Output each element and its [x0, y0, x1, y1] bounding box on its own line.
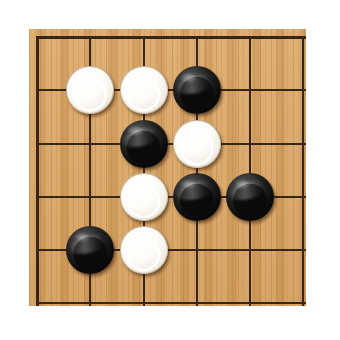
stone-white[interactable]: ○ — [66, 66, 114, 114]
stone-black[interactable]: ● — [66, 226, 114, 274]
stone-white[interactable]: ○ — [120, 226, 168, 274]
stone-black[interactable]: ● — [173, 173, 221, 221]
stone-glyph: ● — [173, 66, 221, 114]
stone-glyph: ● — [226, 173, 274, 221]
stone-white[interactable]: ○ — [173, 120, 221, 168]
stone-glyph: ● — [173, 173, 221, 221]
go-board[interactable]: ○○●●○○●●●○ — [29, 29, 306, 306]
stone-glyph: ○ — [121, 67, 167, 115]
stone-black[interactable]: ● — [226, 173, 274, 221]
stone-glyph: ○ — [121, 227, 167, 275]
stone-black[interactable]: ● — [173, 66, 221, 114]
stone-black[interactable]: ● — [120, 120, 168, 168]
stone-white[interactable]: ○ — [120, 173, 168, 221]
stone-glyph: ○ — [67, 67, 113, 115]
stones-layer: ○○●●○○●●●○ — [29, 29, 306, 306]
screenshot-canvas: ○○●●○○●●●○ — [0, 0, 340, 340]
stone-glyph: ○ — [121, 174, 167, 222]
stone-white[interactable]: ○ — [120, 66, 168, 114]
stone-glyph: ○ — [174, 121, 220, 169]
stone-glyph: ● — [120, 120, 168, 168]
stone-glyph: ● — [66, 226, 114, 274]
